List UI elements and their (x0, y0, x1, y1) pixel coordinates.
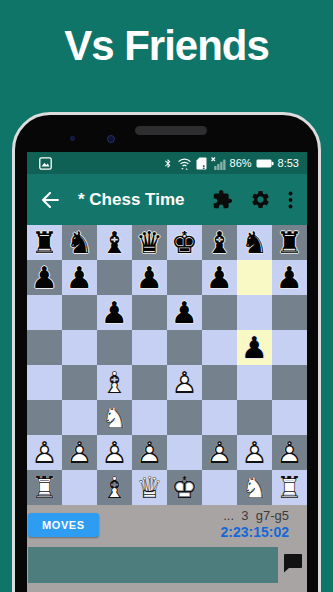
square-c5[interactable] (97, 330, 132, 365)
black-pawn[interactable]: ♟ (66, 260, 93, 295)
white-knight[interactable]: ♞♘ (241, 470, 268, 505)
white-queen[interactable]: ♛♕ (136, 470, 163, 505)
black-pawn[interactable]: ♟ (171, 295, 198, 330)
square-a8[interactable]: ♜ (27, 225, 62, 260)
white-pawn[interactable]: ♟♙ (171, 365, 198, 400)
earpiece-speaker (135, 126, 207, 135)
square-a4[interactable] (27, 365, 62, 400)
white-pawn[interactable]: ♟♙ (136, 435, 163, 470)
square-f2[interactable]: ♟♙ (202, 435, 237, 470)
square-f1[interactable] (202, 470, 237, 505)
black-pawn[interactable]: ♟ (276, 260, 303, 295)
white-rook[interactable]: ♜♖ (276, 470, 303, 505)
square-g5[interactable]: ♟ (237, 330, 272, 365)
square-c6[interactable]: ♟ (97, 295, 132, 330)
black-rook[interactable]: ♜ (276, 225, 303, 260)
black-knight[interactable]: ♞ (66, 225, 93, 260)
overflow-menu-icon[interactable] (288, 191, 293, 209)
square-h6[interactable] (272, 295, 307, 330)
front-camera-icon (107, 135, 115, 143)
square-e4[interactable]: ♟♙ (167, 365, 202, 400)
black-pawn[interactable]: ♟ (31, 260, 58, 295)
square-g8[interactable]: ♞ (237, 225, 272, 260)
black-pawn[interactable]: ♟ (101, 295, 128, 330)
square-c2[interactable]: ♟♙ (97, 435, 132, 470)
black-pawn[interactable]: ♟ (241, 330, 268, 365)
square-g6[interactable] (237, 295, 272, 330)
last-move-text: ... 3 g7-g5 (99, 508, 289, 524)
moves-bar: MOVES ... 3 g7-g5 2:23:15:02 (27, 505, 307, 545)
signal-no-internet-icon (211, 157, 226, 170)
black-pawn[interactable]: ♟ (136, 260, 163, 295)
wifi-icon (177, 157, 192, 170)
square-e1[interactable]: ♚♔ (167, 470, 202, 505)
black-knight[interactable]: ♞ (241, 225, 268, 260)
square-h4[interactable] (272, 365, 307, 400)
square-f6[interactable] (202, 295, 237, 330)
square-d4[interactable] (132, 365, 167, 400)
white-rook[interactable]: ♜♖ (31, 470, 58, 505)
square-b6[interactable] (62, 295, 97, 330)
square-g1[interactable]: ♞♘ (237, 470, 272, 505)
square-b7[interactable]: ♟ (62, 260, 97, 295)
square-f8[interactable]: ♝ (202, 225, 237, 260)
white-king[interactable]: ♚♔ (171, 470, 198, 505)
square-d1[interactable]: ♛♕ (132, 470, 167, 505)
square-a1[interactable]: ♜♖ (27, 470, 62, 505)
square-a7[interactable]: ♟ (27, 260, 62, 295)
square-b8[interactable]: ♞ (62, 225, 97, 260)
white-pawn[interactable]: ♟♙ (101, 435, 128, 470)
square-h8[interactable]: ♜ (272, 225, 307, 260)
sim-alert-icon (196, 157, 207, 170)
square-h5[interactable] (272, 330, 307, 365)
image-notification-icon (39, 157, 52, 170)
chat-message-input[interactable] (28, 547, 278, 583)
app-bar: * Chess Time (27, 174, 307, 225)
white-bishop[interactable]: ♝♗ (101, 470, 128, 505)
square-c1[interactable]: ♝♗ (97, 470, 132, 505)
phone-screen: 86% 8:53 * Chess Time (27, 152, 307, 592)
white-pawn[interactable]: ♟♙ (206, 435, 233, 470)
black-rook[interactable]: ♜ (31, 225, 58, 260)
square-c3[interactable]: ♞♘ (97, 400, 132, 435)
square-e6[interactable]: ♟ (167, 295, 202, 330)
front-camera-icon (70, 136, 75, 141)
square-h3[interactable] (272, 400, 307, 435)
square-d6[interactable] (132, 295, 167, 330)
square-g7[interactable] (237, 260, 272, 295)
square-g3[interactable] (237, 400, 272, 435)
chat-area (27, 545, 307, 592)
game-timer: 2:23:15:02 (99, 524, 289, 540)
white-pawn[interactable]: ♟♙ (276, 435, 303, 470)
white-pawn[interactable]: ♟♙ (66, 435, 93, 470)
square-a5[interactable] (27, 330, 62, 365)
square-f3[interactable] (202, 400, 237, 435)
black-queen[interactable]: ♛ (136, 225, 163, 260)
square-g2[interactable]: ♟♙ (237, 435, 272, 470)
square-e8[interactable]: ♚ (167, 225, 202, 260)
square-b3[interactable] (62, 400, 97, 435)
square-h1[interactable]: ♜♖ (272, 470, 307, 505)
white-pawn[interactable]: ♟♙ (31, 435, 58, 470)
status-bar: 86% 8:53 (27, 152, 307, 174)
square-d8[interactable]: ♛ (132, 225, 167, 260)
square-b4[interactable] (62, 365, 97, 400)
battery-icon (256, 158, 274, 169)
app-title: * Chess Time (78, 190, 195, 210)
square-c8[interactable]: ♝ (97, 225, 132, 260)
white-pawn[interactable]: ♟♙ (241, 435, 268, 470)
square-d2[interactable]: ♟♙ (132, 435, 167, 470)
square-g4[interactable] (237, 365, 272, 400)
extensions-icon[interactable] (212, 189, 233, 210)
white-bishop[interactable]: ♝♗ (101, 365, 128, 400)
black-king[interactable]: ♚ (171, 225, 198, 260)
square-a6[interactable] (27, 295, 62, 330)
square-d7[interactable]: ♟ (132, 260, 167, 295)
settings-gear-icon[interactable] (250, 189, 271, 210)
square-e5[interactable] (167, 330, 202, 365)
screenshot-stage: Vs Friends (0, 0, 333, 592)
bluetooth-icon (163, 157, 173, 170)
square-f4[interactable] (202, 365, 237, 400)
square-a3[interactable] (27, 400, 62, 435)
page-title: Vs Friends (0, 22, 333, 70)
square-e2[interactable] (167, 435, 202, 470)
black-pawn[interactable]: ♟ (206, 260, 233, 295)
square-h7[interactable]: ♟ (272, 260, 307, 295)
black-bishop[interactable]: ♝ (206, 225, 233, 260)
clock-text: 8:53 (278, 157, 299, 169)
square-f7[interactable]: ♟ (202, 260, 237, 295)
square-e3[interactable] (167, 400, 202, 435)
chat-bubble-icon[interactable] (282, 553, 303, 573)
phone-mockup: 86% 8:53 * Chess Time (12, 112, 321, 592)
square-f5[interactable] (202, 330, 237, 365)
white-knight[interactable]: ♞♘ (101, 400, 128, 435)
battery-percent: 86% (230, 157, 252, 169)
square-b1[interactable] (62, 470, 97, 505)
square-d5[interactable] (132, 330, 167, 365)
moves-info: ... 3 g7-g5 2:23:15:02 (99, 508, 301, 540)
square-e7[interactable] (167, 260, 202, 295)
back-arrow-icon[interactable] (41, 192, 59, 208)
square-c4[interactable]: ♝♗ (97, 365, 132, 400)
moves-button[interactable]: MOVES (28, 513, 99, 537)
square-d3[interactable] (132, 400, 167, 435)
chess-board: ♜♞♝♛♚♝♞♜♟♟♟♟♟♟♟♟♝♗♟♙♞♘♟♙♟♙♟♙♟♙♟♙♟♙♟♙♜♖♝♗… (27, 225, 307, 505)
square-a2[interactable]: ♟♙ (27, 435, 62, 470)
square-b5[interactable] (62, 330, 97, 365)
black-bishop[interactable]: ♝ (101, 225, 128, 260)
square-h2[interactable]: ♟♙ (272, 435, 307, 470)
square-b2[interactable]: ♟♙ (62, 435, 97, 470)
square-c7[interactable] (97, 260, 132, 295)
